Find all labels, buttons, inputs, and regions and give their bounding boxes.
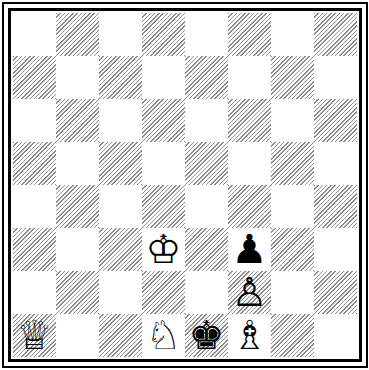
square-d8[interactable]	[142, 13, 185, 56]
square-e6[interactable]	[185, 99, 228, 142]
square-f8[interactable]	[228, 13, 271, 56]
square-b5[interactable]	[56, 142, 99, 185]
square-e1[interactable]: ♚	[185, 314, 228, 357]
square-a7[interactable]	[13, 56, 56, 99]
chessboard: ♔♟♙♕♘♚♗	[13, 13, 357, 357]
square-c3[interactable]	[99, 228, 142, 271]
square-b6[interactable]	[56, 99, 99, 142]
square-g1[interactable]	[271, 314, 314, 357]
square-d4[interactable]	[142, 185, 185, 228]
square-c2[interactable]	[99, 271, 142, 314]
square-g3[interactable]	[271, 228, 314, 271]
square-a8[interactable]	[13, 13, 56, 56]
square-d3[interactable]: ♔	[142, 228, 185, 271]
square-e4[interactable]	[185, 185, 228, 228]
square-h8[interactable]	[314, 13, 357, 56]
black-pawn: ♟	[232, 228, 268, 271]
square-h7[interactable]	[314, 56, 357, 99]
square-f7[interactable]	[228, 56, 271, 99]
white-queen: ♕	[17, 314, 53, 357]
white-bishop: ♗	[232, 314, 268, 357]
square-h4[interactable]	[314, 185, 357, 228]
square-c5[interactable]	[99, 142, 142, 185]
square-b3[interactable]	[56, 228, 99, 271]
square-c7[interactable]	[99, 56, 142, 99]
square-h2[interactable]	[314, 271, 357, 314]
square-d7[interactable]	[142, 56, 185, 99]
square-e7[interactable]	[185, 56, 228, 99]
square-b1[interactable]	[56, 314, 99, 357]
square-c1[interactable]	[99, 314, 142, 357]
square-c6[interactable]	[99, 99, 142, 142]
square-h5[interactable]	[314, 142, 357, 185]
square-a1[interactable]: ♕	[13, 314, 56, 357]
chess-diagram: ♔♟♙♕♘♚♗	[0, 0, 369, 370]
square-h3[interactable]	[314, 228, 357, 271]
square-b2[interactable]	[56, 271, 99, 314]
square-a5[interactable]	[13, 142, 56, 185]
square-f6[interactable]	[228, 99, 271, 142]
square-g6[interactable]	[271, 99, 314, 142]
square-g2[interactable]	[271, 271, 314, 314]
square-e3[interactable]	[185, 228, 228, 271]
square-a4[interactable]	[13, 185, 56, 228]
square-g7[interactable]	[271, 56, 314, 99]
square-d1[interactable]: ♘	[142, 314, 185, 357]
square-h1[interactable]	[314, 314, 357, 357]
white-king: ♔	[146, 228, 182, 271]
square-b8[interactable]	[56, 13, 99, 56]
square-g5[interactable]	[271, 142, 314, 185]
square-f5[interactable]	[228, 142, 271, 185]
square-g4[interactable]	[271, 185, 314, 228]
square-f3[interactable]: ♟	[228, 228, 271, 271]
square-f4[interactable]	[228, 185, 271, 228]
white-knight: ♘	[146, 314, 182, 357]
square-b7[interactable]	[56, 56, 99, 99]
square-h6[interactable]	[314, 99, 357, 142]
square-c4[interactable]	[99, 185, 142, 228]
square-a6[interactable]	[13, 99, 56, 142]
board-inner-frame: ♔♟♙♕♘♚♗	[8, 8, 362, 362]
black-king: ♚	[189, 314, 225, 357]
board-outer-frame: ♔♟♙♕♘♚♗	[2, 2, 368, 368]
white-pawn: ♙	[232, 271, 268, 314]
square-d6[interactable]	[142, 99, 185, 142]
square-e2[interactable]	[185, 271, 228, 314]
square-d5[interactable]	[142, 142, 185, 185]
square-f2[interactable]: ♙	[228, 271, 271, 314]
square-a2[interactable]	[13, 271, 56, 314]
square-b4[interactable]	[56, 185, 99, 228]
square-e8[interactable]	[185, 13, 228, 56]
square-f1[interactable]: ♗	[228, 314, 271, 357]
square-c8[interactable]	[99, 13, 142, 56]
square-g8[interactable]	[271, 13, 314, 56]
square-e5[interactable]	[185, 142, 228, 185]
square-a3[interactable]	[13, 228, 56, 271]
square-d2[interactable]	[142, 271, 185, 314]
